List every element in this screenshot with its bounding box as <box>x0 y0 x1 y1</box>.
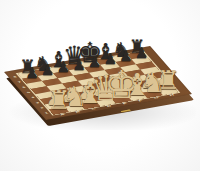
rank-label-8: 8 <box>11 75 20 78</box>
piece-black-pawn-c7[interactable]: ♟ <box>57 61 71 76</box>
piece-black-pawn-h7[interactable]: ♟ <box>135 47 149 62</box>
chess-set-photo: ABCDEFGH12345678 ♜♞♝♛♚♝♞♜♟♟♟♟♟♟♟♟♟♟♟♟♟♟♟… <box>0 0 200 171</box>
rank-label-3: 3 <box>33 101 42 104</box>
piece-black-pawn-d7[interactable]: ♟ <box>72 58 86 73</box>
piece-black-pawn-a7[interactable]: ♟ <box>25 66 39 81</box>
piece-white-rook-h1[interactable]: ♜ <box>157 68 180 94</box>
piece-black-pawn-b7[interactable]: ♟ <box>41 64 55 79</box>
rank-label-4: 4 <box>29 96 38 99</box>
rank-label-6: 6 <box>20 86 29 89</box>
rank-label-7: 7 <box>15 81 24 84</box>
rank-label-5: 5 <box>24 91 33 94</box>
